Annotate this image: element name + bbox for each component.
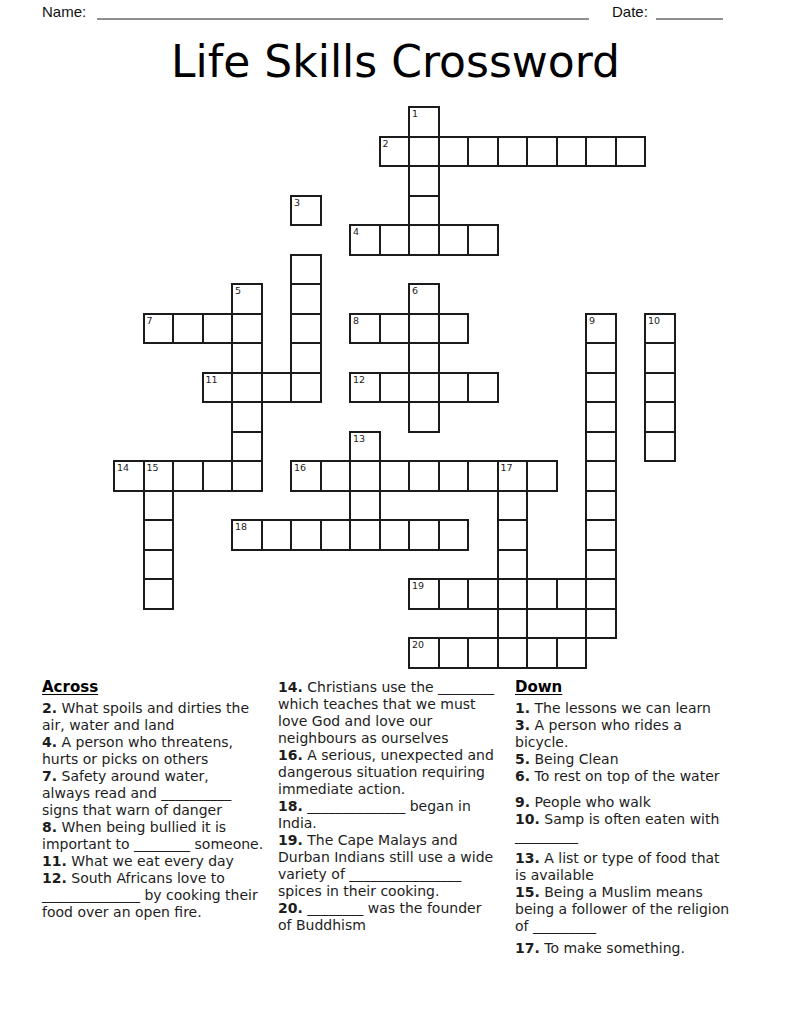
- clue-number-11: 11: [206, 374, 218, 385]
- grid-cell-r14c11[interactable]: [438, 519, 470, 551]
- clue-text: A person who rides a bicycle.: [515, 717, 682, 750]
- grid-cell-r1c15[interactable]: [556, 136, 588, 168]
- grid-cell-r9c10[interactable]: [408, 372, 440, 404]
- clue-label: 3.: [515, 717, 530, 733]
- clue-text: What spoils and dirties the air, water a…: [42, 700, 249, 733]
- down-clue-3: 3. A person who rides a bicycle.: [515, 717, 777, 751]
- clue-text: A list or type of food that is available: [515, 850, 720, 883]
- grid-cell-r6c4[interactable]: 5: [231, 283, 263, 315]
- clue-number-13: 13: [353, 433, 365, 444]
- clue-label: 20.: [278, 900, 303, 916]
- worksheet-page: Name: Date: Life Skills Crossword 123456…: [0, 0, 791, 1024]
- grid-cell-r7c4[interactable]: [231, 313, 263, 345]
- grid-cell-r14c13[interactable]: [497, 519, 529, 551]
- grid-cell-r11c16[interactable]: [585, 431, 617, 463]
- grid-cell-r4c9[interactable]: [379, 224, 411, 256]
- clue-label: 14.: [278, 679, 303, 695]
- grid-cell-r1c9[interactable]: 2: [379, 136, 411, 168]
- clue-number-20: 20: [412, 639, 424, 650]
- grid-cell-r12c7[interactable]: [320, 460, 352, 492]
- grid-cell-r9c9[interactable]: [379, 372, 411, 404]
- grid-cell-r11c4[interactable]: [231, 431, 263, 463]
- crossword-grid: 1234567891011121314151617181920: [113, 106, 677, 670]
- grid-cell-r8c18[interactable]: [644, 342, 676, 374]
- across-clue-19: 19. The Cape Malays and Durban Indians s…: [278, 832, 516, 900]
- grid-cell-r15c13[interactable]: [497, 549, 529, 581]
- clue-label: 15.: [515, 884, 540, 900]
- clue-label: 6.: [515, 768, 530, 784]
- across-clue-7: 7. Safety around water, always read and …: [42, 768, 282, 819]
- grid-cell-r1c16[interactable]: [585, 136, 617, 168]
- grid-cell-r10c10[interactable]: [408, 401, 440, 433]
- down-clue-17: 17. To make something.: [515, 940, 777, 957]
- clue-text: A serious, unexpected and dangerous situ…: [278, 747, 494, 797]
- grid-cell-r16c11[interactable]: [438, 578, 470, 610]
- across-clue-18: 18. ______________ began in India.: [278, 798, 516, 832]
- clue-text: Christians use the ________ which teache…: [278, 679, 494, 746]
- grid-cell-r0c10[interactable]: 1: [408, 106, 440, 138]
- clue-label: 1.: [515, 700, 530, 716]
- grid-cell-r14c10[interactable]: [408, 519, 440, 551]
- grid-cell-r13c1[interactable]: [143, 490, 175, 522]
- clue-number-9: 9: [589, 315, 595, 326]
- clue-label: 19.: [278, 832, 303, 848]
- across-clue-14: 14. Christians use the ________ which te…: [278, 679, 516, 747]
- grid-cell-r16c13[interactable]: [497, 578, 529, 610]
- grid-cell-r14c7[interactable]: [320, 519, 352, 551]
- clue-label: 2.: [42, 700, 57, 716]
- grid-cell-r6c6[interactable]: [290, 283, 322, 315]
- grid-cell-r12c3[interactable]: [202, 460, 234, 492]
- grid-cell-r9c5[interactable]: [261, 372, 293, 404]
- clue-text: Being Clean: [530, 751, 619, 767]
- grid-cell-r16c12[interactable]: [467, 578, 499, 610]
- across-clue-2: 2. What spoils and dirties the air, wate…: [42, 700, 282, 734]
- grid-cell-r16c16[interactable]: [585, 578, 617, 610]
- grid-cell-r7c9[interactable]: [379, 313, 411, 345]
- clue-number-4: 4: [353, 226, 359, 237]
- grid-cell-r14c1[interactable]: [143, 519, 175, 551]
- grid-cell-r12c16[interactable]: [585, 460, 617, 492]
- clue-label: 13.: [515, 850, 540, 866]
- grid-cell-r9c3[interactable]: 11: [202, 372, 234, 404]
- page-title: Life Skills Crossword: [0, 36, 791, 87]
- grid-cell-r14c5[interactable]: [261, 519, 293, 551]
- grid-cell-r14c16[interactable]: [585, 519, 617, 551]
- grid-cell-r9c11[interactable]: [438, 372, 470, 404]
- grid-cell-r10c16[interactable]: [585, 401, 617, 433]
- clue-text: The Cape Malays and Durban Indians still…: [278, 832, 493, 899]
- grid-cell-r14c6[interactable]: [290, 519, 322, 551]
- grid-cell-r9c6[interactable]: [290, 372, 322, 404]
- grid-cell-r4c10[interactable]: [408, 224, 440, 256]
- clue-text: To make something.: [540, 940, 685, 956]
- grid-cell-r4c8[interactable]: 4: [349, 224, 381, 256]
- down-heading: Down: [515, 679, 777, 696]
- grid-cell-r13c16[interactable]: [585, 490, 617, 522]
- grid-cell-r7c16[interactable]: 9: [585, 313, 617, 345]
- name-label: Name:: [42, 3, 86, 20]
- grid-cell-r9c18[interactable]: [644, 372, 676, 404]
- grid-cell-r12c12[interactable]: [467, 460, 499, 492]
- clue-number-3: 3: [294, 197, 300, 208]
- grid-cell-r12c8[interactable]: [349, 460, 381, 492]
- across-clue-12: 12. South Africans love to _____________…: [42, 870, 282, 921]
- grid-cell-r16c14[interactable]: [526, 578, 558, 610]
- grid-cell-r12c9[interactable]: [379, 460, 411, 492]
- across-heading: Across: [42, 679, 282, 696]
- across-clue-11: 11. What we eat every day: [42, 853, 282, 870]
- grid-cell-r7c11[interactable]: [438, 313, 470, 345]
- clue-label: 9.: [515, 794, 530, 810]
- grid-cell-r11c18[interactable]: [644, 431, 676, 463]
- grid-cell-r15c1[interactable]: [143, 549, 175, 581]
- grid-cell-r12c14[interactable]: [526, 460, 558, 492]
- clue-text: ______________ began in India.: [278, 798, 471, 831]
- grid-cell-r8c4[interactable]: [231, 342, 263, 374]
- across-clue-8: 8. When being bullied it is important to…: [42, 819, 282, 853]
- clue-label: 12.: [42, 870, 67, 886]
- grid-cell-r17c13[interactable]: [497, 608, 529, 640]
- down-clue-1: 1. The lessons we can learn: [515, 700, 777, 717]
- clue-number-17: 17: [501, 462, 513, 473]
- clue-text: To rest on top of the water: [530, 768, 719, 784]
- grid-cell-r16c1[interactable]: [143, 578, 175, 610]
- grid-cell-r7c1[interactable]: 7: [143, 313, 175, 345]
- clue-text: Safety around water, always read and ___…: [42, 768, 231, 818]
- grid-cell-r12c2[interactable]: [172, 460, 204, 492]
- grid-cell-r1c13[interactable]: [497, 136, 529, 168]
- name-line[interactable]: [97, 18, 589, 20]
- grid-cell-r14c4[interactable]: 18: [231, 519, 263, 551]
- grid-cell-r8c6[interactable]: [290, 342, 322, 374]
- grid-cell-r1c12[interactable]: [467, 136, 499, 168]
- clue-label: 17.: [515, 940, 540, 956]
- clue-number-19: 19: [412, 580, 424, 591]
- across-clue-16: 16. A serious, unexpected and dangerous …: [278, 747, 516, 798]
- clue-number-8: 8: [353, 315, 359, 326]
- clue-number-16: 16: [294, 462, 306, 473]
- grid-cell-r7c2[interactable]: [172, 313, 204, 345]
- grid-cell-r3c10[interactable]: [408, 195, 440, 227]
- grid-cell-r6c10[interactable]: 6: [408, 283, 440, 315]
- clue-text: When being bullied it is important to __…: [42, 819, 263, 852]
- grid-cell-r18c10[interactable]: 20: [408, 637, 440, 669]
- clue-label: 11.: [42, 853, 67, 869]
- date-line[interactable]: [656, 18, 723, 20]
- grid-cell-r7c18[interactable]: 10: [644, 313, 676, 345]
- grid-cell-r12c10[interactable]: [408, 460, 440, 492]
- clue-text: South Africans love to ______________ by…: [42, 870, 258, 920]
- grid-cell-r18c14[interactable]: [526, 637, 558, 669]
- grid-cell-r8c10[interactable]: [408, 342, 440, 374]
- clue-text: ________ was the founder of Buddhism: [278, 900, 481, 933]
- clue-number-18: 18: [235, 521, 247, 532]
- clue-label: 7.: [42, 768, 57, 784]
- grid-cell-r13c8[interactable]: [349, 490, 381, 522]
- grid-cell-r18c15[interactable]: [556, 637, 588, 669]
- date-label: Date:: [612, 3, 648, 20]
- grid-cell-r8c16[interactable]: [585, 342, 617, 374]
- clue-label: 5.: [515, 751, 530, 767]
- grid-cell-r11c8[interactable]: 13: [349, 431, 381, 463]
- down-clue-5: 5. Being Clean: [515, 751, 777, 768]
- clue-number-10: 10: [648, 315, 660, 326]
- grid-cell-r1c10[interactable]: [408, 136, 440, 168]
- down-clue-13: 13. A list or type of food that is avail…: [515, 850, 777, 884]
- clue-text: People who walk: [530, 794, 651, 810]
- grid-cell-r9c8[interactable]: 12: [349, 372, 381, 404]
- grid-cell-r7c8[interactable]: 8: [349, 313, 381, 345]
- grid-cell-r7c3[interactable]: [202, 313, 234, 345]
- clue-text: A person who threatens, hurts or picks o…: [42, 734, 233, 767]
- across-clue-4: 4. A person who threatens, hurts or pick…: [42, 734, 282, 768]
- grid-cell-r7c10[interactable]: [408, 313, 440, 345]
- grid-cell-r5c6[interactable]: [290, 254, 322, 286]
- grid-cell-r18c12[interactable]: [467, 637, 499, 669]
- grid-cell-r10c18[interactable]: [644, 401, 676, 433]
- grid-cell-r4c11[interactable]: [438, 224, 470, 256]
- down-clues-column: Down 1. The lessons we can learn3. A per…: [515, 679, 777, 957]
- grid-cell-r1c11[interactable]: [438, 136, 470, 168]
- grid-cell-r1c17[interactable]: [615, 136, 647, 168]
- clue-text: Being a Muslim means being a follower of…: [515, 884, 729, 934]
- grid-cell-r4c12[interactable]: [467, 224, 499, 256]
- down-clue-10: 10. Samp is often eaten with _________: [515, 811, 777, 845]
- grid-cell-r2c10[interactable]: [408, 165, 440, 197]
- clue-number-5: 5: [235, 285, 241, 296]
- clue-number-7: 7: [147, 315, 153, 326]
- grid-cell-r18c11[interactable]: [438, 637, 470, 669]
- grid-cell-r14c8[interactable]: [349, 519, 381, 551]
- clue-label: 10.: [515, 811, 540, 827]
- grid-cell-r15c16[interactable]: [585, 549, 617, 581]
- clue-number-1: 1: [412, 108, 418, 119]
- grid-cell-r7c6[interactable]: [290, 313, 322, 345]
- across-clues-column-2: 14. Christians use the ________ which te…: [278, 679, 516, 934]
- grid-cell-r9c4[interactable]: [231, 372, 263, 404]
- clue-label: 8.: [42, 819, 57, 835]
- clue-label: 16.: [278, 747, 303, 763]
- grid-cell-r9c16[interactable]: [585, 372, 617, 404]
- grid-cell-r12c6[interactable]: 16: [290, 460, 322, 492]
- clue-text: The lessons we can learn: [530, 700, 711, 716]
- grid-cell-r12c4[interactable]: [231, 460, 263, 492]
- clue-number-6: 6: [412, 285, 418, 296]
- clue-number-2: 2: [383, 138, 389, 149]
- clue-label: 4.: [42, 734, 57, 750]
- clue-text: Samp is often eaten with _________: [515, 811, 719, 844]
- clue-number-12: 12: [353, 374, 365, 385]
- down-clue-15: 15. Being a Muslim means being a followe…: [515, 884, 777, 935]
- clue-text: What we eat every day: [67, 853, 234, 869]
- grid-cell-r12c0[interactable]: 14: [113, 460, 145, 492]
- grid-cell-r18c13[interactable]: [497, 637, 529, 669]
- grid-cell-r12c11[interactable]: [438, 460, 470, 492]
- down-clue-6: 6. To rest on top of the water: [515, 768, 777, 785]
- grid-cell-r16c15[interactable]: [556, 578, 588, 610]
- grid-cell-r17c16[interactable]: [585, 608, 617, 640]
- grid-cell-r3c6[interactable]: 3: [290, 195, 322, 227]
- grid-cell-r12c13[interactable]: 17: [497, 460, 529, 492]
- grid-cell-r9c12[interactable]: [467, 372, 499, 404]
- clue-label: 18.: [278, 798, 303, 814]
- grid-cell-r10c4[interactable]: [231, 401, 263, 433]
- grid-cell-r16c10[interactable]: 19: [408, 578, 440, 610]
- down-clue-9: 9. People who walk: [515, 794, 777, 811]
- across-clues-column: Across 2. What spoils and dirties the ai…: [42, 679, 282, 921]
- grid-cell-r12c1[interactable]: 15: [143, 460, 175, 492]
- clue-number-15: 15: [147, 462, 159, 473]
- clue-number-14: 14: [117, 462, 129, 473]
- grid-cell-r1c14[interactable]: [526, 136, 558, 168]
- grid-cell-r13c13[interactable]: [497, 490, 529, 522]
- grid-cell-r14c9[interactable]: [379, 519, 411, 551]
- across-clue-20: 20. ________ was the founder of Buddhism: [278, 900, 516, 934]
